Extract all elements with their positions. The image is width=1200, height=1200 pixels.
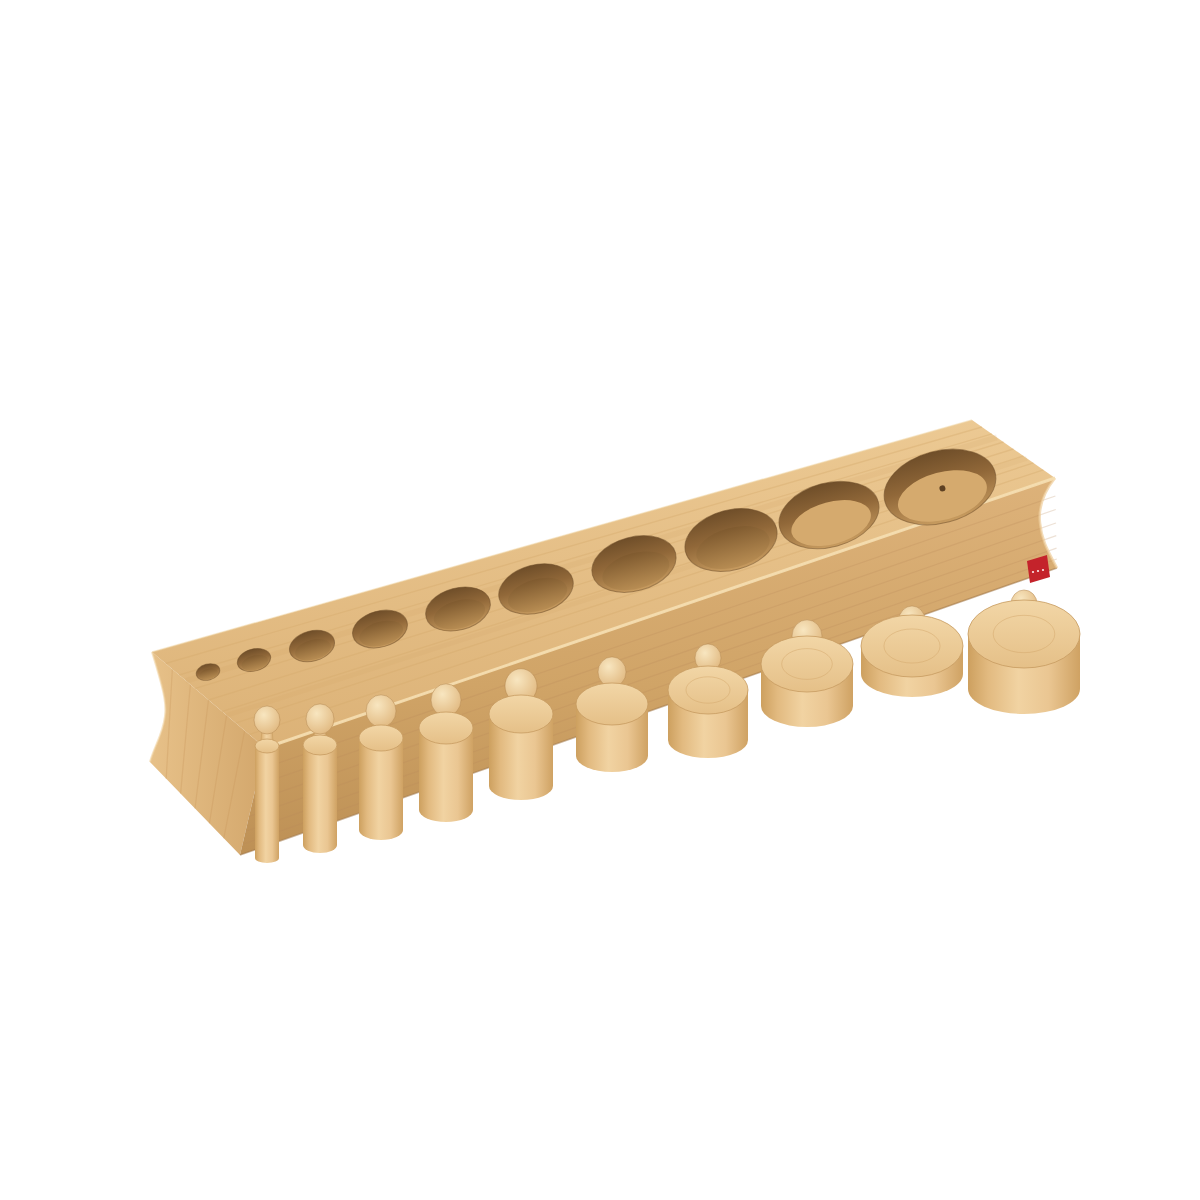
cylinder-top-face (968, 600, 1080, 668)
cylinder-top-face (255, 739, 279, 753)
cylinder-top-face (359, 725, 403, 751)
cylinder-top-face (489, 695, 553, 733)
cylinder-top-face (861, 615, 963, 677)
montessori-cylinder-block-photo (0, 0, 1200, 1200)
cylinder-body (359, 738, 403, 840)
knobbed-cylinder-10 (968, 590, 1080, 714)
cylinder-knob-ball (366, 695, 396, 727)
cylinder-knob-ball (431, 684, 461, 716)
cylinder-top-face (761, 636, 853, 692)
knobbed-cylinder-1 (254, 706, 280, 863)
product-photo (0, 0, 1200, 1200)
knobbed-cylinder-2 (303, 704, 337, 853)
cylinder-top-face (668, 666, 748, 714)
brand-logo-text-mark (1037, 570, 1039, 572)
cylinder-body (303, 745, 337, 853)
cylinder-knob-ball (254, 706, 280, 734)
brand-logo-text-mark (1042, 569, 1044, 571)
cylinder-knob-ball (306, 704, 334, 734)
cylinder-body (255, 746, 279, 863)
cylinder-top-face (576, 683, 648, 725)
cylinder-top-face (419, 712, 473, 744)
cylinder-top-face (303, 735, 337, 755)
brand-logo-text-mark (1032, 571, 1034, 573)
